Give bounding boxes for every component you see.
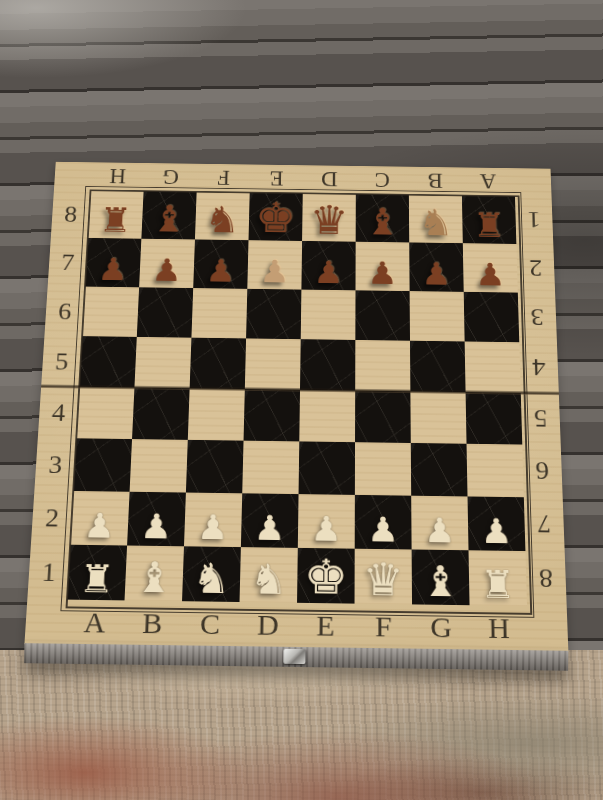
rank-label-left-1: 1	[27, 544, 70, 599]
dark-pawn-d7: ♟	[247, 256, 302, 288]
dark-knight-c8: ♞	[195, 202, 249, 239]
square-f2: ♟	[355, 495, 412, 550]
square-c1: ♞	[182, 546, 241, 602]
square-h3	[467, 444, 524, 498]
square-f5	[355, 340, 410, 391]
square-f6	[355, 290, 410, 340]
square-b6	[137, 287, 193, 337]
light-queen-f1: ♛	[355, 556, 412, 602]
square-h4	[466, 392, 523, 444]
rank-label-left-5: 5	[41, 336, 82, 387]
square-d5	[245, 338, 301, 389]
light-rook-h1: ♜	[469, 565, 527, 604]
dark-pawn-a7: ♟	[85, 254, 141, 286]
rank-label-left-8: 8	[51, 190, 91, 238]
light-bishop-g1: ♝	[412, 560, 470, 603]
rank-label-left-6: 6	[44, 286, 85, 336]
square-e3	[299, 441, 355, 494]
file-label-top-c: C	[356, 166, 409, 195]
square-d3	[242, 441, 299, 494]
light-king-e1: ♚	[297, 553, 355, 602]
square-b1: ♝	[125, 546, 184, 602]
square-g6	[410, 291, 465, 341]
square-e4	[299, 390, 355, 442]
square-c6	[191, 288, 247, 338]
square-b3	[130, 439, 188, 492]
dark-king-d8: ♚	[249, 197, 303, 240]
rank-label-right-1: 1	[515, 196, 553, 244]
board-margin-corner-bottom-left	[24, 599, 67, 645]
square-g3	[411, 443, 468, 496]
dark-pawn-c7: ♟	[193, 256, 248, 288]
light-pawn-d2: ♟	[241, 511, 298, 546]
square-b4	[132, 387, 190, 439]
file-label-top-g: G	[144, 163, 198, 192]
light-knight-c1: ♞	[182, 558, 241, 600]
light-pawn-f2: ♟	[355, 513, 412, 548]
square-c4	[188, 388, 245, 440]
square-c5	[190, 338, 246, 389]
dark-pawn-e7: ♟	[301, 257, 355, 289]
board-margin-corner-bottom-right	[527, 606, 568, 652]
square-d6	[246, 289, 301, 339]
square-h1: ♜	[469, 550, 528, 606]
square-b2: ♟	[127, 492, 186, 547]
square-e2: ♟	[298, 494, 355, 549]
file-label-bottom-c: C	[180, 601, 239, 647]
rank-label-right-7: 7	[524, 497, 565, 551]
file-label-top-b: B	[409, 167, 462, 196]
dark-knight-g8: ♞	[409, 205, 463, 242]
file-label-bottom-g: G	[412, 604, 470, 650]
board-margin-corner-top-right	[514, 168, 551, 197]
square-h7: ♟	[463, 243, 518, 292]
file-label-top-e: E	[250, 165, 303, 194]
rank-label-left-2: 2	[31, 490, 73, 544]
dark-pawn-b7: ♟	[139, 255, 194, 287]
clasp-latch	[283, 649, 305, 664]
rank-label-left-7: 7	[48, 237, 88, 286]
file-label-bottom-b: B	[122, 600, 182, 646]
file-label-top-d: D	[303, 165, 356, 194]
rank-label-right-2: 2	[516, 244, 555, 293]
rank-label-left-4: 4	[38, 386, 79, 438]
square-e7: ♟	[301, 241, 355, 290]
dark-queen-e8: ♛	[302, 200, 356, 240]
square-b7: ♟	[139, 239, 195, 288]
light-pawn-h2: ♟	[468, 514, 526, 549]
light-bishop-b1: ♝	[125, 556, 184, 599]
square-g2: ♟	[411, 496, 468, 551]
square-g7: ♟	[409, 242, 463, 291]
square-e6	[301, 290, 356, 340]
square-f4	[355, 391, 411, 443]
square-c3	[186, 440, 244, 493]
light-pawn-e2: ♟	[298, 512, 355, 547]
file-label-top-a: A	[461, 167, 515, 196]
dark-pawn-h7: ♟	[463, 259, 518, 291]
file-label-bottom-a: A	[64, 600, 124, 646]
chess-board: HGFEDCBA8♜♝♞♚♛♝♞♜17♟♟♟♟♟♟♟♟2635445362♟♟♟…	[24, 162, 568, 652]
square-f3	[355, 442, 411, 495]
square-a1: ♜	[67, 545, 127, 601]
square-b5	[134, 337, 191, 388]
square-a7: ♟	[85, 238, 141, 287]
square-d7: ♟	[247, 240, 302, 289]
light-pawn-a2: ♟	[70, 509, 128, 544]
square-d8: ♚	[249, 193, 303, 241]
square-h2: ♟	[468, 496, 526, 551]
dark-rook-a8: ♜	[88, 203, 143, 237]
square-e8: ♛	[302, 193, 356, 241]
square-d2: ♟	[241, 493, 299, 548]
square-f7: ♟	[356, 242, 410, 291]
light-pawn-b2: ♟	[127, 510, 185, 545]
light-knight-d1: ♞	[240, 559, 298, 601]
square-h5	[465, 341, 521, 392]
square-e1: ♚	[297, 548, 355, 604]
square-g4	[410, 391, 466, 443]
file-label-bottom-f: F	[354, 604, 412, 650]
dark-bishop-b8: ♝	[141, 200, 196, 238]
square-b8: ♝	[141, 191, 196, 239]
square-h6	[464, 292, 520, 342]
file-label-bottom-d: D	[238, 602, 297, 648]
square-a6	[82, 287, 139, 337]
square-g1: ♝	[412, 549, 470, 605]
carpet	[0, 650, 603, 800]
dark-pawn-g7: ♟	[409, 259, 463, 291]
square-e5	[300, 339, 355, 390]
square-g8: ♞	[409, 195, 463, 243]
square-h8: ♜	[462, 195, 516, 243]
square-a4	[76, 387, 134, 439]
file-label-bottom-h: H	[470, 605, 529, 651]
file-label-top-f: F	[197, 164, 251, 193]
square-a2: ♟	[70, 491, 129, 546]
square-d1: ♞	[240, 547, 298, 603]
square-a8: ♜	[88, 190, 144, 238]
file-label-bottom-e: E	[296, 603, 354, 649]
dark-bishop-f8: ♝	[356, 203, 410, 241]
light-pawn-c2: ♟	[184, 510, 242, 545]
rank-label-right-4: 4	[519, 342, 559, 393]
square-f1: ♛	[355, 549, 413, 605]
square-c7: ♟	[193, 239, 248, 288]
rank-label-left-3: 3	[34, 438, 76, 491]
chess-board-area: HGFEDCBA8♜♝♞♚♛♝♞♜17♟♟♟♟♟♟♟♟2635445362♟♟♟…	[24, 108, 576, 672]
rank-label-right-6: 6	[522, 445, 562, 498]
board-margin-corner-top-left	[54, 162, 92, 191]
square-f8: ♝	[356, 194, 410, 242]
light-rook-a1: ♜	[67, 559, 126, 598]
square-a5	[79, 336, 137, 387]
square-d4	[244, 389, 300, 441]
dark-rook-h8: ♜	[462, 208, 516, 242]
file-label-top-h: H	[91, 162, 145, 191]
square-c2: ♟	[184, 493, 242, 548]
square-c8: ♞	[195, 192, 250, 240]
rank-label-right-5: 5	[521, 393, 561, 445]
light-pawn-g2: ♟	[411, 513, 468, 548]
dark-pawn-f7: ♟	[356, 258, 410, 290]
square-a3	[73, 438, 132, 491]
square-g5	[410, 341, 466, 392]
rank-label-right-3: 3	[518, 293, 557, 343]
rank-label-right-8: 8	[525, 551, 566, 606]
